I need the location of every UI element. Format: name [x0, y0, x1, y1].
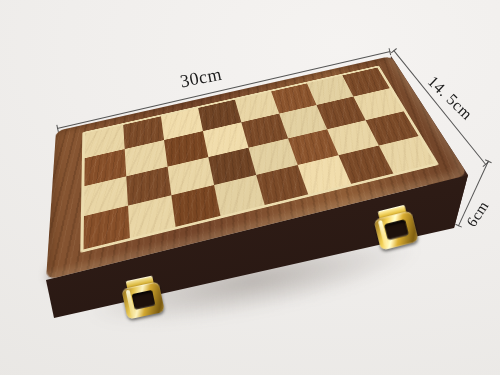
brass-latch-left	[116, 274, 170, 327]
product-photo: 30cm 14. 5cm 6cm	[0, 0, 500, 375]
width-dimension-label: 30cm	[178, 64, 223, 93]
